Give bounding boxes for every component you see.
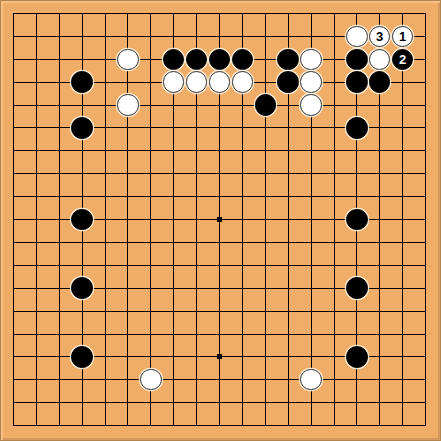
white-stone-O16[interactable] <box>300 71 322 93</box>
white-stone-L16[interactable] <box>232 71 254 93</box>
black-stone-Q10[interactable] <box>346 209 368 231</box>
black-stone-D10[interactable] <box>71 209 93 231</box>
black-stone-D7[interactable] <box>71 277 93 299</box>
white-stone-R17[interactable] <box>369 49 391 71</box>
white-stone-O17[interactable] <box>300 49 322 71</box>
black-stone-J17[interactable] <box>186 49 208 71</box>
move-1-white-stone-S18[interactable]: 1 <box>392 26 414 48</box>
black-stone-Q4[interactable] <box>346 346 368 368</box>
black-stone-N16[interactable] <box>277 71 299 93</box>
black-stone-Q16[interactable] <box>346 71 368 93</box>
black-stone-H17[interactable] <box>163 49 185 71</box>
hoshi-point <box>217 217 222 222</box>
black-stone-D14[interactable] <box>71 117 93 139</box>
white-stone-F17[interactable] <box>117 49 139 71</box>
black-stone-N17[interactable] <box>277 49 299 71</box>
white-stone-J16[interactable] <box>186 71 208 93</box>
move-2-black-stone-S17[interactable]: 2 <box>392 49 414 71</box>
white-stone-F15[interactable] <box>117 94 139 116</box>
black-stone-Q14[interactable] <box>346 117 368 139</box>
black-stone-R16[interactable] <box>369 71 391 93</box>
white-stone-O3[interactable] <box>300 369 322 391</box>
white-stone-Q18[interactable] <box>346 26 368 48</box>
black-stone-L17[interactable] <box>232 49 254 71</box>
white-stone-K16[interactable] <box>209 71 231 93</box>
black-stone-Q17[interactable] <box>346 49 368 71</box>
white-stone-G3[interactable] <box>140 369 162 391</box>
black-stone-D16[interactable] <box>71 71 93 93</box>
black-stone-Q7[interactable] <box>346 277 368 299</box>
black-stone-M15[interactable] <box>255 94 277 116</box>
hoshi-point <box>217 354 222 359</box>
black-stone-K17[interactable] <box>209 49 231 71</box>
go-board[interactable]: 312 <box>0 0 441 441</box>
black-stone-D4[interactable] <box>71 346 93 368</box>
white-stone-O15[interactable] <box>300 94 322 116</box>
move-3-white-stone-R18[interactable]: 3 <box>369 26 391 48</box>
intersection-grid: 312 <box>2 2 437 437</box>
white-stone-H16[interactable] <box>163 71 185 93</box>
